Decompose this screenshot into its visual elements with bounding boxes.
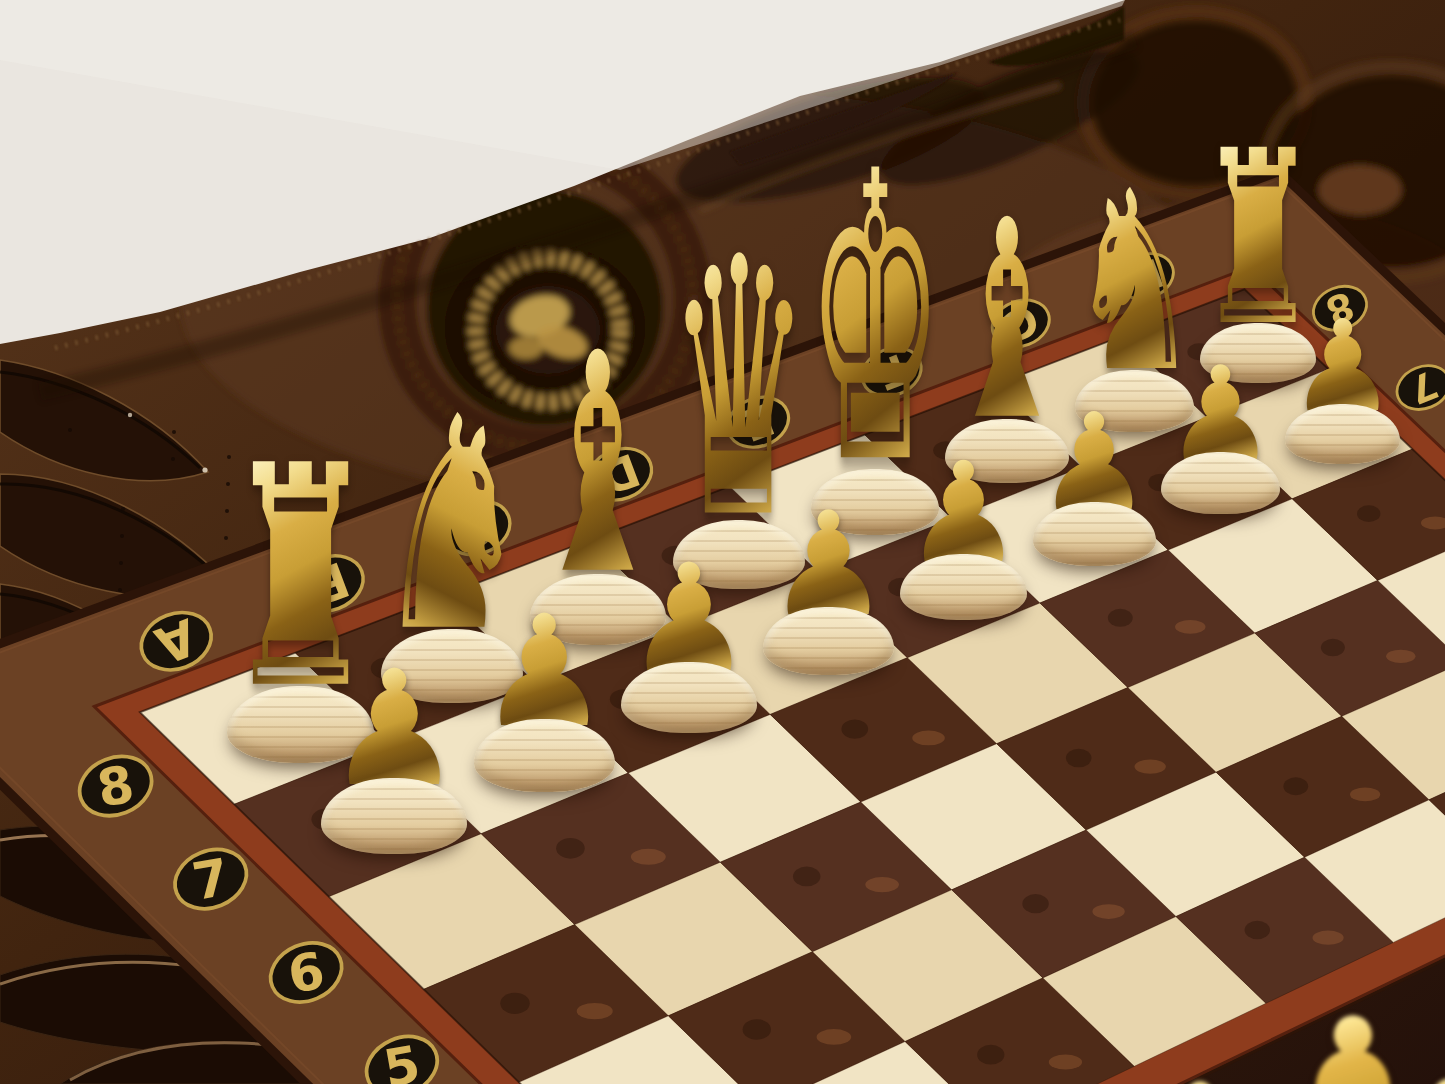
burl-swirl [389, 820, 425, 837]
stipple-dot [119, 561, 123, 565]
burl-swirl [957, 589, 989, 603]
stipple-dot [227, 455, 231, 459]
burl-swirl [1001, 453, 1032, 467]
burl-swirl [683, 701, 717, 716]
stipple-dot [226, 482, 230, 486]
burl-knot [793, 866, 820, 886]
stipple-dot [121, 507, 125, 511]
burl-knot [1187, 343, 1211, 360]
burl-swirl [733, 558, 766, 573]
burl-knot [610, 689, 638, 709]
burl-swirl [1313, 931, 1344, 945]
burl-knot [556, 838, 585, 859]
burl-swirl [631, 849, 666, 865]
burl-knot [1283, 777, 1308, 795]
burl-knot [1022, 894, 1048, 913]
burl-knot [841, 719, 868, 738]
burl-swirl [1214, 485, 1244, 498]
burl-swirl [1092, 904, 1124, 919]
stipple-dot [224, 536, 228, 540]
medallion-figure-detail2 [509, 337, 543, 359]
stipple-dot [172, 430, 176, 434]
burl-knot [371, 658, 400, 679]
burl-knot [977, 1045, 1004, 1065]
burl-swirl [912, 731, 945, 746]
burl-swirl [446, 670, 481, 686]
burl-swirl [865, 877, 899, 892]
right-rosette-knob [1318, 165, 1402, 215]
burl-swirl [1386, 650, 1415, 663]
burl-knot [500, 993, 529, 1014]
carved-chess-table-photo: ABCDEFGH876587 ♜♞♝♛♚♝♞♜♟♟♟♟♟♟♟♟♟♟♟ [0, 0, 1445, 1084]
burl-swirl [1350, 788, 1380, 802]
burl-swirl [1252, 355, 1281, 368]
chess-board: ABCDEFGH876587 [0, 0, 1445, 1084]
burl-knot [1357, 505, 1380, 522]
burl-knot [1148, 474, 1172, 491]
stipple-dot [120, 534, 124, 538]
burl-knot [888, 578, 914, 597]
stipple-dot [171, 457, 175, 461]
stipple-dot [118, 588, 122, 592]
burl-swirl [1175, 620, 1205, 634]
burl-swirl [1135, 759, 1166, 773]
burl-knot [1066, 749, 1092, 768]
burl-knot [1321, 639, 1345, 656]
burl-knot [311, 809, 341, 830]
burl-knot [933, 441, 958, 459]
burl-knot [662, 546, 689, 565]
burl-swirl [577, 1003, 613, 1019]
specular-speck [128, 413, 132, 417]
burl-swirl [1049, 1054, 1082, 1069]
stipple-dot [225, 509, 229, 513]
burl-knot [1245, 921, 1270, 939]
specular-speck [202, 467, 207, 472]
burl-knot [1108, 609, 1133, 627]
stipple-dot [68, 428, 72, 432]
burl-knot [743, 1019, 771, 1039]
burl-swirl [817, 1029, 852, 1045]
